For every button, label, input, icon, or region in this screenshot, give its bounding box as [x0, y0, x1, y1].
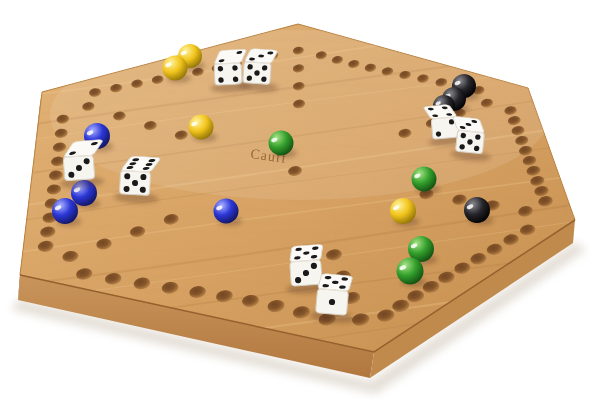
aggravation-board: Cauff	[0, 0, 590, 399]
board-photo-scene: Cauff	[0, 0, 590, 399]
